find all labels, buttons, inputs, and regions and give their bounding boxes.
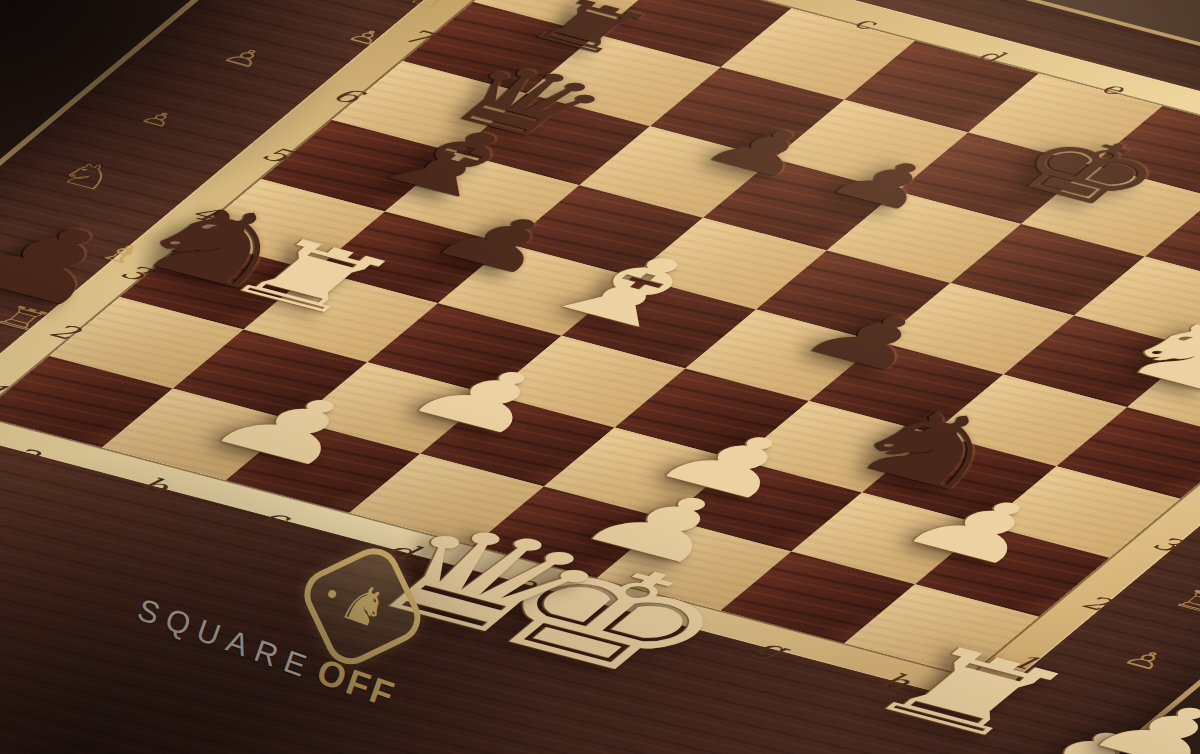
squareoff-board-photo: ♚♛♜♜♝♞♟♟♟♟♟♚♛♜♝♞♟♟♟♟♞♟♟♟♘♙♙♙♘♖♗♙♖aabbccd… [0,0,1200,754]
logo-word-square: SQUARE [133,592,319,687]
